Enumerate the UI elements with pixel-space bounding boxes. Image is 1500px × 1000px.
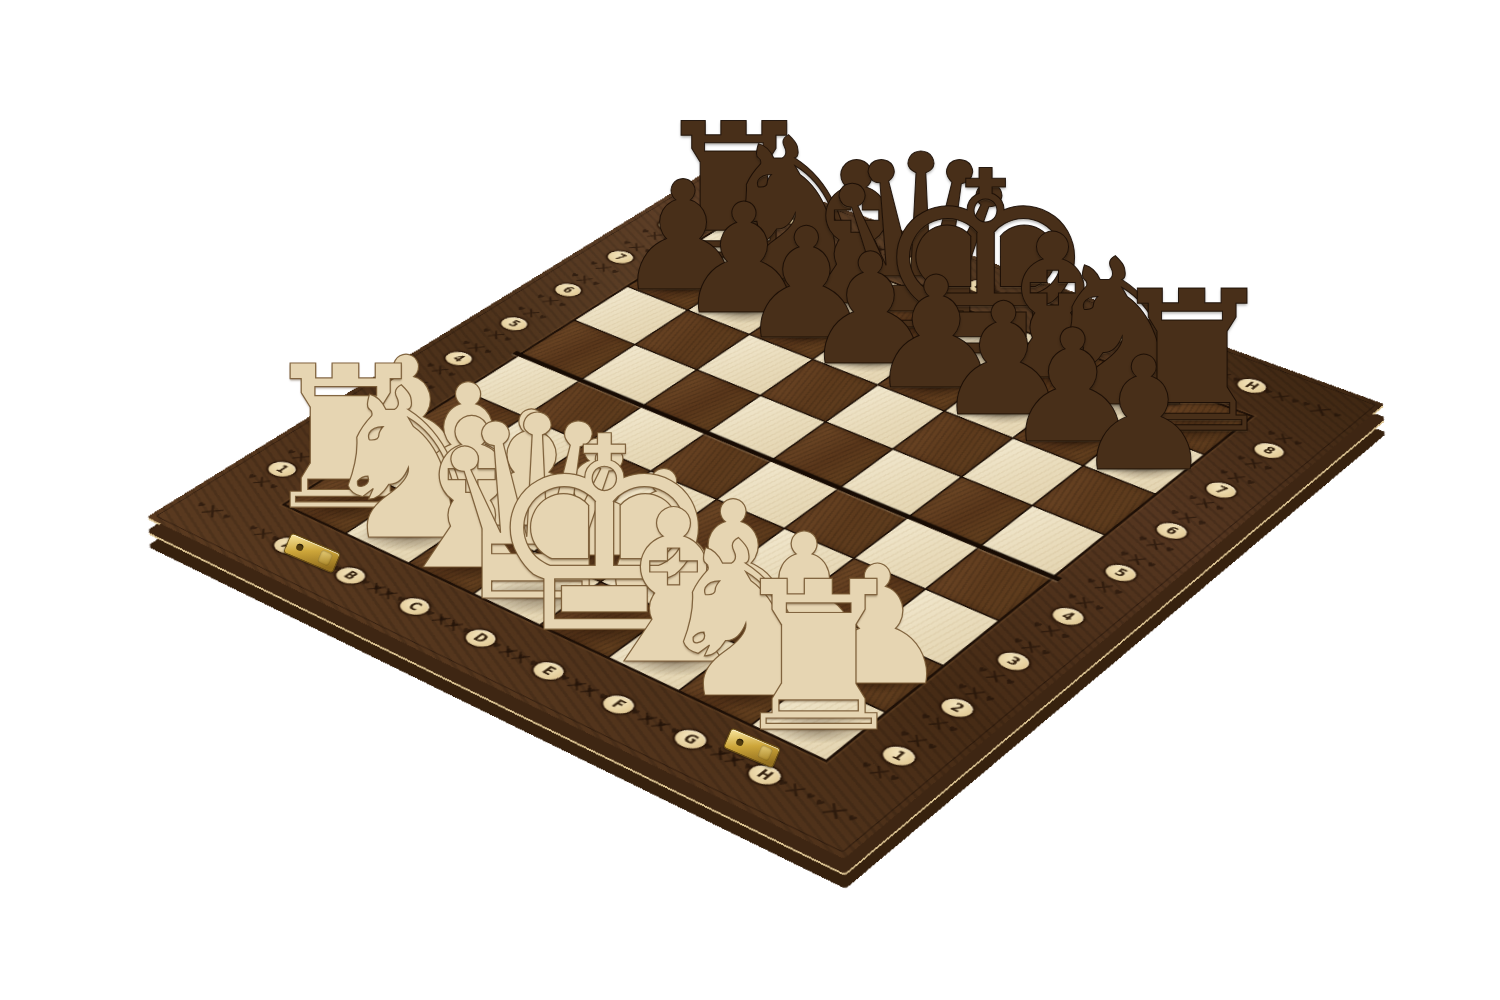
border-scroll-ornament: ♥×♥ [700, 180, 747, 202]
scene: ♥×♥A♥×♥♥×♥A♥×♥♥×♥B♥×♥♥×♥B♥×♥♥×♥C♥×♥♥×♥C♥… [0, 0, 1500, 1000]
border-scroll-ornament: ♥×♥ [186, 497, 239, 526]
latch-clasp [757, 745, 773, 762]
latch-screw-hole [295, 542, 304, 551]
border-scroll-ornament: ♥×♥ [804, 792, 866, 829]
playing-field [286, 222, 1251, 759]
latch-clasp [317, 549, 333, 566]
latch-screw-hole [735, 738, 744, 747]
border-scroll-ornament: ♥×♥ [1294, 396, 1348, 423]
